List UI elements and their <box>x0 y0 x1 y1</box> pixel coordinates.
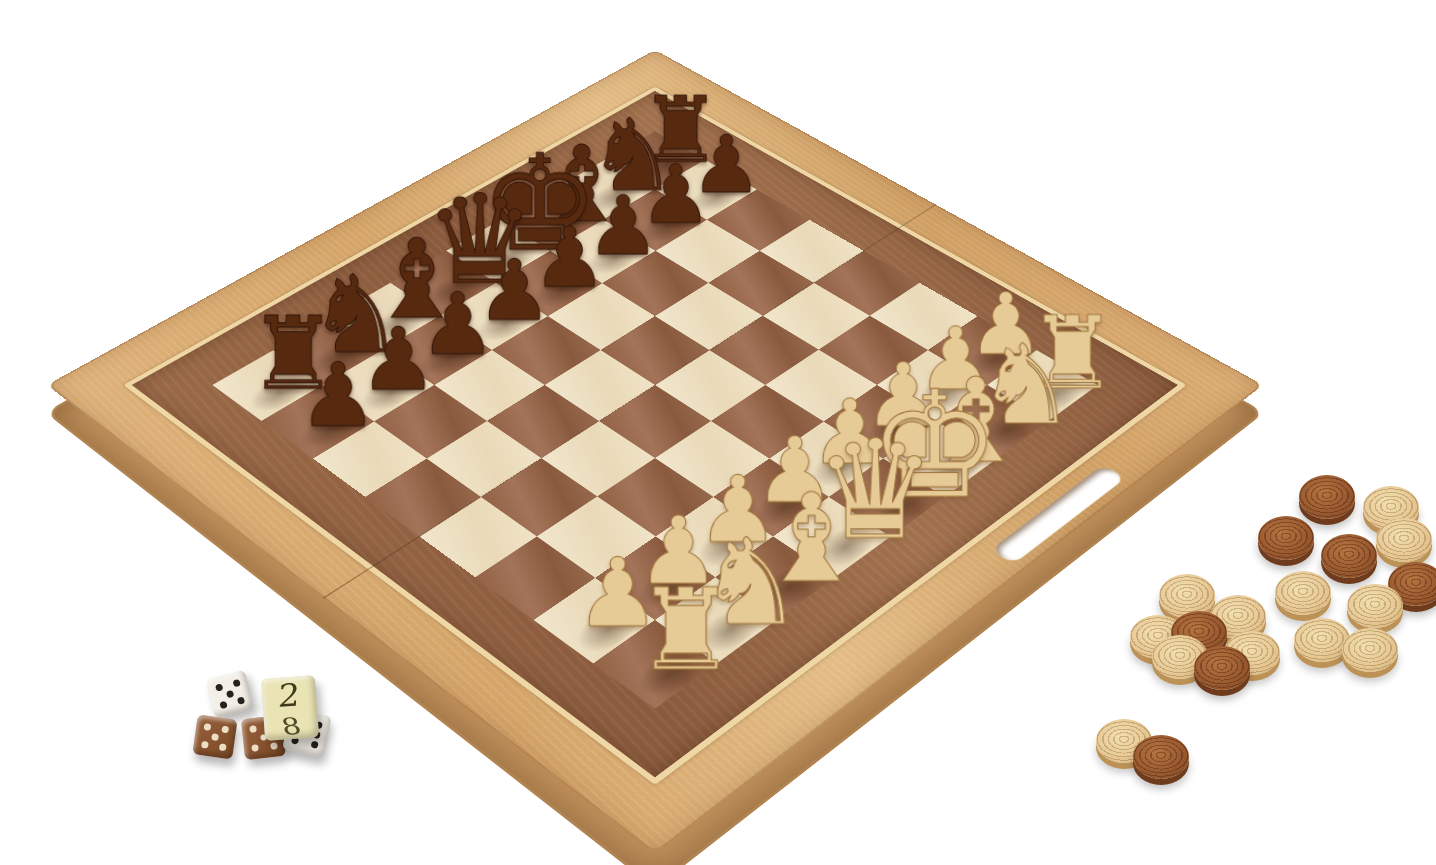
brown-checker-disc[interactable] <box>1194 646 1250 690</box>
die-pip <box>219 701 227 709</box>
brown-checker-disc[interactable] <box>1258 516 1314 560</box>
die-pip <box>222 725 230 733</box>
die-pip <box>270 742 278 750</box>
die-pip <box>211 733 219 741</box>
die-pip <box>233 679 241 687</box>
die-pip <box>203 723 211 731</box>
natural-checker-disc[interactable] <box>1347 584 1403 628</box>
natural-checker-disc[interactable] <box>1294 618 1350 662</box>
die-pip <box>249 725 257 733</box>
die-pip <box>237 697 245 705</box>
die-pip <box>219 744 227 752</box>
brown-checker-disc[interactable] <box>1321 534 1377 578</box>
die-pip <box>251 744 259 752</box>
die-pip <box>226 690 234 698</box>
die-pip <box>215 683 223 691</box>
die-pip <box>201 741 209 749</box>
doubling-cube-top-face: 2 <box>261 678 317 713</box>
white-die-showing-5[interactable] <box>206 670 254 718</box>
dice-cup-standing[interactable] <box>46 468 221 675</box>
doubling-cube[interactable]: 28 <box>261 675 319 741</box>
natural-checker-disc[interactable] <box>1342 628 1398 672</box>
brown-die-showing-5[interactable] <box>192 714 237 759</box>
die-pip <box>310 740 318 748</box>
square-g4[interactable] <box>762 283 869 350</box>
piece-black-pawn[interactable]: ♟ <box>298 354 378 437</box>
natural-checker-disc[interactable] <box>1376 518 1432 562</box>
natural-checker-disc[interactable] <box>1275 571 1331 615</box>
product-photo-stage: ♜♞♝♛♚♝♞♜♟♟♟♟♟♟♟♟♟♟♟♟♟♟♟♟♜♞♝♛♚♝♞♜ 28 <box>0 0 1436 865</box>
brown-checker-disc[interactable] <box>1299 475 1355 519</box>
piece-white-rook[interactable]: ♜ <box>635 577 723 684</box>
doubling-cube-front-face: 8 <box>262 714 321 739</box>
brown-checker-disc[interactable] <box>1133 735 1189 779</box>
